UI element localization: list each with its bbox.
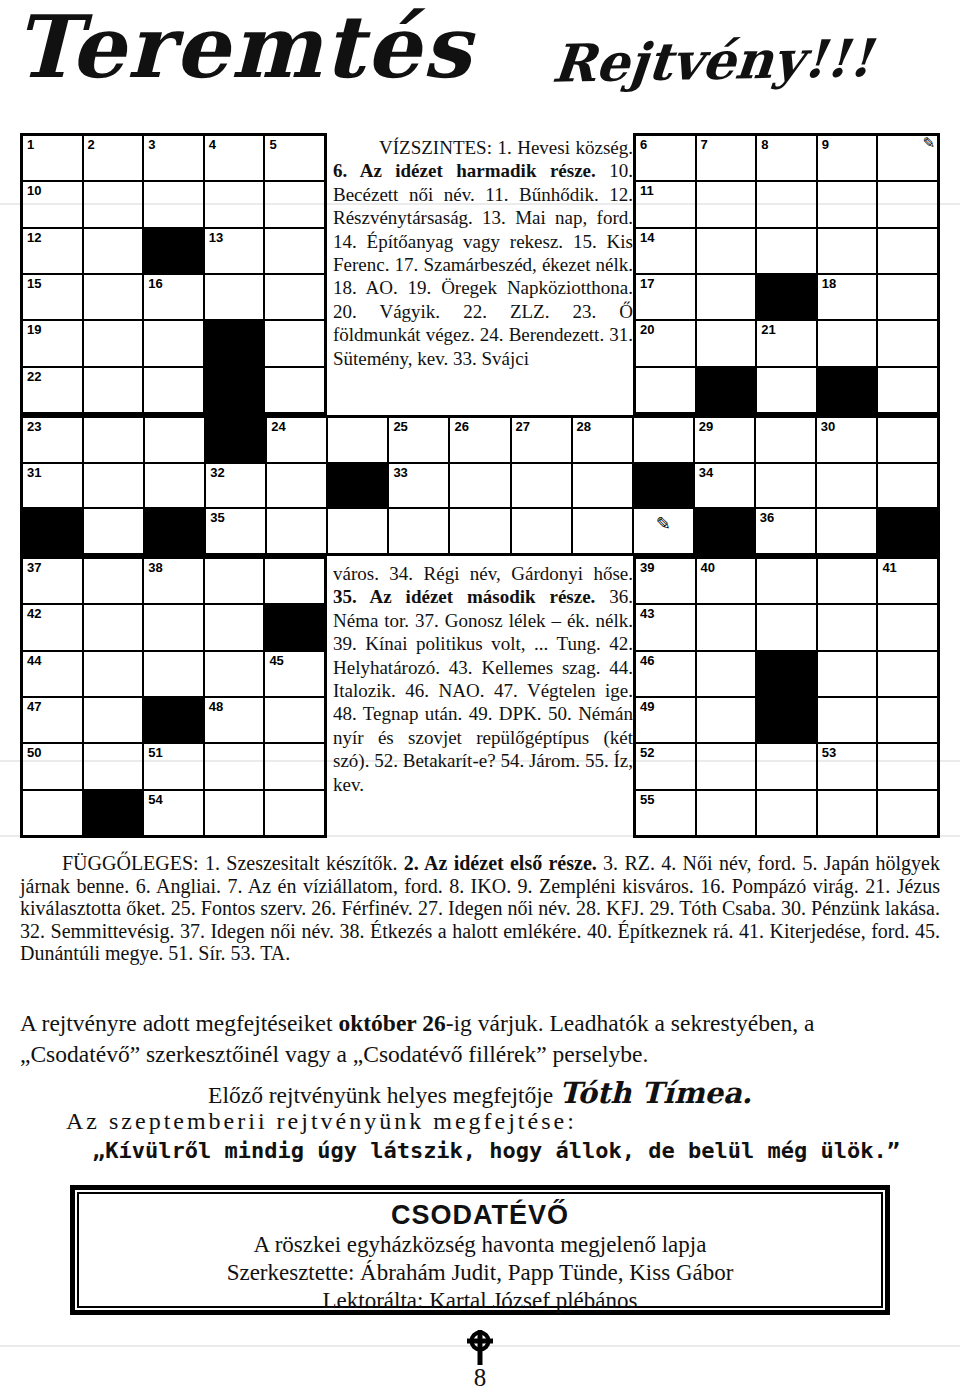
clue-number: 17 — [640, 276, 654, 291]
cell-r1c3[interactable]: 3 — [143, 135, 204, 181]
cell-r7c8[interactable]: 26 — [449, 417, 510, 463]
cell-r10c15[interactable]: 41 — [877, 558, 938, 604]
clue-number: 11 — [640, 183, 654, 198]
cell-r8c9[interactable] — [511, 463, 572, 509]
cell-r15c14[interactable] — [817, 790, 878, 836]
clue-number: 14 — [640, 230, 654, 245]
cell-r2c12[interactable] — [696, 181, 757, 227]
clue-number: 50 — [27, 745, 41, 760]
crossword-section-top-left: 1234510121315161922 — [20, 133, 327, 415]
cell-r4c12[interactable] — [696, 274, 757, 320]
cell-r13c5[interactable] — [264, 697, 325, 743]
clues-vertical: FÜGGŐLEGES: 1. Szeszesitalt készítők. 2.… — [20, 852, 940, 965]
cell-r6c13[interactable] — [756, 367, 817, 413]
cell-r12c15[interactable] — [877, 651, 938, 697]
cell-r3c3 — [143, 228, 204, 274]
cell-r9c7[interactable] — [388, 508, 449, 554]
cell-r3c1[interactable]: 12 — [22, 228, 83, 274]
pen-icon: ✎ — [922, 134, 935, 152]
clue-number: 29 — [699, 419, 713, 434]
previous-winner-line: Előző rejtvényünk helyes megfejtője Tóth… — [0, 1076, 960, 1110]
clue-number: 28 — [577, 419, 591, 434]
cell-r3c2[interactable] — [83, 228, 144, 274]
cell-r3c15[interactable] — [877, 228, 938, 274]
september-solution-quote: „Kívülről mindig úgy látszik, hogy állok… — [92, 1138, 952, 1163]
puzzle-title: Rejtvény!!! — [550, 27, 875, 94]
clues-horizontal-part1-text: VÍZSZINTES: 1. Hevesi község. 6. Az idéz… — [333, 136, 633, 370]
cell-r5c15[interactable] — [877, 320, 938, 366]
submission-note: A rejtvényre adott megfejtéseiket októbe… — [20, 1008, 940, 1070]
cell-r3c14[interactable] — [817, 228, 878, 274]
cell-r6c12 — [696, 367, 757, 413]
cell-r2c5[interactable] — [264, 181, 325, 227]
cell-r12c1[interactable]: 44 — [22, 651, 83, 697]
cell-r8c5[interactable] — [266, 463, 327, 509]
cell-r7c1[interactable]: 23 — [22, 417, 83, 463]
cell-r3c13[interactable] — [756, 228, 817, 274]
cell-r5c13[interactable]: 21 — [756, 320, 817, 366]
clue-number: 48 — [209, 699, 223, 714]
cell-r9c14[interactable] — [816, 508, 877, 554]
cell-r4c13 — [756, 274, 817, 320]
cell-r10c11[interactable]: 39 — [635, 558, 696, 604]
cell-r12c13 — [756, 651, 817, 697]
cell-r11c12[interactable] — [696, 604, 757, 650]
clue-number: 42 — [27, 606, 41, 621]
cell-r2c11[interactable]: 11 — [635, 181, 696, 227]
clue-number: 20 — [640, 322, 654, 337]
cell-r15c15[interactable] — [877, 790, 938, 836]
cell-r14c14[interactable]: 53 — [817, 743, 878, 789]
clue-number: 54 — [148, 792, 162, 807]
cell-r14c15[interactable] — [877, 743, 938, 789]
cell-r4c15[interactable] — [877, 274, 938, 320]
clues-vertical-text: FÜGGŐLEGES: 1. Szeszesitalt készítők. 2.… — [20, 852, 940, 965]
cell-r6c3[interactable] — [143, 367, 204, 413]
cell-r5c4 — [204, 320, 265, 366]
cell-r15c5[interactable] — [264, 790, 325, 836]
cell-r13c13 — [756, 697, 817, 743]
clue-number: 12 — [27, 230, 41, 245]
cell-r9c15 — [877, 508, 938, 554]
cell-r13c3 — [143, 697, 204, 743]
cell-r11c11[interactable]: 43 — [635, 604, 696, 650]
cell-r7c2[interactable] — [83, 417, 144, 463]
cell-r9c13[interactable]: 36 — [755, 508, 816, 554]
cell-r12c11[interactable]: 46 — [635, 651, 696, 697]
cell-r2c2[interactable] — [83, 181, 144, 227]
cell-r10c14[interactable] — [817, 558, 878, 604]
cell-r12c5[interactable]: 45 — [264, 651, 325, 697]
cell-r10c13[interactable] — [756, 558, 817, 604]
clue-number: 2 — [88, 137, 95, 152]
cell-r10c12[interactable]: 40 — [696, 558, 757, 604]
cell-r7c3[interactable] — [144, 417, 205, 463]
cell-r9c11[interactable]: ✎ — [633, 508, 694, 554]
cell-r11c4[interactable] — [204, 604, 265, 650]
clue-number: 15 — [27, 276, 41, 291]
clue-number: 10 — [27, 183, 41, 198]
cell-r9c1 — [22, 508, 83, 554]
cell-r13c1[interactable]: 47 — [22, 697, 83, 743]
clue-number: 37 — [27, 560, 41, 575]
clue-number: 55 — [640, 792, 654, 807]
cell-r12c14[interactable] — [817, 651, 878, 697]
cell-r5c12[interactable] — [696, 320, 757, 366]
cell-r14c12[interactable] — [696, 743, 757, 789]
cell-r7c14[interactable]: 30 — [816, 417, 877, 463]
page-number: 8 — [0, 1364, 960, 1392]
cell-r1c11[interactable]: 6 — [635, 135, 696, 181]
cell-r7c10[interactable]: 28 — [572, 417, 633, 463]
cell-r7c11[interactable] — [633, 417, 694, 463]
imprint-line-3: Lektorálta: Kartal József plébános — [79, 1287, 881, 1315]
cell-r11c5 — [264, 604, 325, 650]
clue-number: 19 — [27, 322, 41, 337]
imprint-line-1: A röszkei egyházközség havonta megjelenő… — [79, 1231, 881, 1259]
cell-r14c3[interactable]: 51 — [143, 743, 204, 789]
cell-r2c3[interactable] — [143, 181, 204, 227]
previous-winner-name: Tóth Tímea. — [559, 1076, 752, 1110]
cell-r8c10[interactable] — [572, 463, 633, 509]
cell-r7c15[interactable] — [877, 417, 938, 463]
cell-r1c5[interactable]: 5 — [264, 135, 325, 181]
cell-r12c3[interactable] — [143, 651, 204, 697]
cell-r7c9[interactable]: 27 — [511, 417, 572, 463]
cell-r8c15[interactable] — [877, 463, 938, 509]
clue-number: 51 — [148, 745, 162, 760]
cell-r7c7[interactable]: 25 — [388, 417, 449, 463]
clues-horizontal-part2-text: város. 34. Régi név, Gárdonyi hőse. 35. … — [333, 562, 633, 796]
clue-number: 44 — [27, 653, 41, 668]
cell-r3c4[interactable]: 13 — [204, 228, 265, 274]
cell-r14c13[interactable] — [756, 743, 817, 789]
cell-r5c11[interactable]: 20 — [635, 320, 696, 366]
cell-r1c13[interactable]: 8 — [756, 135, 817, 181]
cell-r11c14[interactable] — [817, 604, 878, 650]
cell-r14c2[interactable] — [83, 743, 144, 789]
cell-r13c12[interactable] — [696, 697, 757, 743]
cell-r6c5[interactable] — [264, 367, 325, 413]
crossword-section-middle-band: 23242526272829303132333435✎36 — [20, 415, 940, 556]
clue-number: 53 — [822, 745, 836, 760]
imprint-box-inner: CSODATÉVŐ A röszkei egyházközség havonta… — [77, 1192, 883, 1308]
cell-r4c11[interactable]: 17 — [635, 274, 696, 320]
clue-number: 16 — [148, 276, 162, 291]
cell-r10c2[interactable] — [83, 558, 144, 604]
cell-r11c15[interactable] — [877, 604, 938, 650]
cell-r15c3[interactable]: 54 — [143, 790, 204, 836]
clue-number: 38 — [148, 560, 162, 575]
clue-number: 43 — [640, 606, 654, 621]
cell-r4c5[interactable] — [264, 274, 325, 320]
cell-r9c4[interactable]: 35 — [205, 508, 266, 554]
cell-r9c12 — [694, 508, 755, 554]
cell-r3c12[interactable] — [696, 228, 757, 274]
cell-r3c11[interactable]: 14 — [635, 228, 696, 274]
clue-number: 32 — [210, 465, 224, 480]
cell-r2c1[interactable]: 10 — [22, 181, 83, 227]
cell-r14c4[interactable] — [204, 743, 265, 789]
cell-r14c5[interactable] — [264, 743, 325, 789]
imprint-line-2: Szerkesztette: Ábrahám Judit, Papp Tünde… — [79, 1259, 881, 1287]
cell-r14c1[interactable]: 50 — [22, 743, 83, 789]
clue-number: 24 — [271, 419, 285, 434]
cell-r15c11[interactable]: 55 — [635, 790, 696, 836]
cell-r8c8[interactable] — [449, 463, 510, 509]
clue-number: 13 — [209, 230, 223, 245]
cell-r15c13[interactable] — [756, 790, 817, 836]
cell-r12c4[interactable] — [204, 651, 265, 697]
cell-r4c2[interactable] — [83, 274, 144, 320]
clue-number: 18 — [822, 276, 836, 291]
clue-number: 52 — [640, 745, 654, 760]
cell-r2c4[interactable] — [204, 181, 265, 227]
clue-number: 30 — [821, 419, 835, 434]
cell-r11c2[interactable] — [83, 604, 144, 650]
previous-winner-prefix: Előző rejtvényünk helyes megfejtője — [208, 1082, 559, 1108]
cell-r8c7[interactable]: 33 — [388, 463, 449, 509]
cell-r15c2 — [83, 790, 144, 836]
cell-r7c12[interactable]: 29 — [694, 417, 755, 463]
cell-r11c1[interactable]: 42 — [22, 604, 83, 650]
clue-number: 46 — [640, 653, 654, 668]
clue-number: 25 — [393, 419, 407, 434]
cell-r5c5[interactable] — [264, 320, 325, 366]
september-solution-label: Az szeptemberii rejtvényünk megfejtése: — [66, 1108, 577, 1135]
clue-number: 1 — [27, 137, 34, 152]
cell-r13c11[interactable]: 49 — [635, 697, 696, 743]
clue-number: 40 — [701, 560, 715, 575]
clue-number: 31 — [27, 465, 41, 480]
clue-number: 23 — [27, 419, 41, 434]
cell-r7c6[interactable] — [327, 417, 388, 463]
cell-r5c2[interactable] — [83, 320, 144, 366]
clue-number: 22 — [27, 369, 41, 384]
cell-r2c13[interactable] — [756, 181, 817, 227]
imprint-box: CSODATÉVŐ A röszkei egyházközség havonta… — [70, 1185, 890, 1315]
cell-r13c2[interactable] — [83, 697, 144, 743]
cell-r6c1[interactable]: 22 — [22, 367, 83, 413]
cell-r5c14[interactable] — [817, 320, 878, 366]
pen-icon: ✎ — [656, 513, 671, 535]
clue-number: 39 — [640, 560, 654, 575]
cell-r14c11[interactable]: 52 — [635, 743, 696, 789]
cell-r12c12[interactable] — [696, 651, 757, 697]
clue-number: 26 — [454, 419, 468, 434]
cell-r6c4 — [204, 367, 265, 413]
imprint-title: CSODATÉVŐ — [79, 1200, 881, 1231]
cell-r7c4 — [205, 417, 266, 463]
cell-r15c1[interactable] — [22, 790, 83, 836]
cell-r11c13[interactable] — [756, 604, 817, 650]
cell-r4c1[interactable]: 15 — [22, 274, 83, 320]
clue-number: 33 — [393, 465, 407, 480]
clue-number: 35 — [210, 510, 224, 525]
cell-r9c10[interactable] — [572, 508, 633, 554]
clues-horizontal-part1: VÍZSZINTES: 1. Hevesi község. 6. Az idéz… — [333, 136, 633, 416]
cell-r8c14[interactable] — [816, 463, 877, 509]
cell-r6c2[interactable] — [83, 367, 144, 413]
cell-r4c3[interactable]: 16 — [143, 274, 204, 320]
cell-r8c6 — [327, 463, 388, 509]
cell-r13c15[interactable] — [877, 697, 938, 743]
clue-number: 6 — [640, 137, 647, 152]
cell-r7c13[interactable] — [755, 417, 816, 463]
cell-r5c1[interactable]: 19 — [22, 320, 83, 366]
clue-number: 5 — [269, 137, 276, 152]
cell-r4c4[interactable] — [204, 274, 265, 320]
cell-r6c15[interactable] — [877, 367, 938, 413]
cell-r2c14[interactable] — [817, 181, 878, 227]
clue-number: 34 — [699, 465, 713, 480]
cell-r10c4[interactable] — [204, 558, 265, 604]
cell-r1c1[interactable]: 1 — [22, 135, 83, 181]
clue-number: 47 — [27, 699, 41, 714]
cell-r13c4[interactable]: 48 — [204, 697, 265, 743]
cell-r15c4[interactable] — [204, 790, 265, 836]
clue-number: 27 — [516, 419, 530, 434]
newsletter-title: Teremtés — [14, 0, 473, 97]
cell-r1c15[interactable]: ✎ — [877, 135, 938, 181]
clue-number: 8 — [761, 137, 768, 152]
cell-r8c4[interactable]: 32 — [205, 463, 266, 509]
cell-r15c12[interactable] — [696, 790, 757, 836]
cell-r6c11[interactable] — [635, 367, 696, 413]
crossword-section-bottom-left: 37384244454748505154 — [20, 556, 327, 838]
clue-number: 49 — [640, 699, 654, 714]
clue-number: 21 — [761, 322, 775, 337]
cell-r1c4[interactable]: 4 — [204, 135, 265, 181]
cell-r2c15[interactable] — [877, 181, 938, 227]
clue-number: 41 — [882, 560, 896, 575]
cell-r9c9[interactable] — [511, 508, 572, 554]
clue-number: 45 — [269, 653, 283, 668]
cell-r8c1[interactable]: 31 — [22, 463, 83, 509]
cell-r1c2[interactable]: 2 — [83, 135, 144, 181]
cell-r1c14[interactable]: 9 — [817, 135, 878, 181]
cell-r12c2[interactable] — [83, 651, 144, 697]
clue-number: 3 — [148, 137, 155, 152]
crossword-section-top-right: 6789✎111417182021 — [633, 133, 940, 415]
cell-r8c2[interactable] — [83, 463, 144, 509]
clues-horizontal-part2: város. 34. Régi név, Gárdonyi hőse. 35. … — [333, 562, 633, 842]
crossword-section-bottom-right: 394041434649525355 — [633, 556, 940, 838]
cell-r4c14[interactable]: 18 — [817, 274, 878, 320]
cell-r8c12[interactable]: 34 — [694, 463, 755, 509]
cell-r9c3 — [144, 508, 205, 554]
cell-r9c6[interactable] — [327, 508, 388, 554]
clue-number: 9 — [822, 137, 829, 152]
cell-r8c3[interactable] — [144, 463, 205, 509]
cell-r8c11 — [633, 463, 694, 509]
cell-r10c1[interactable]: 37 — [22, 558, 83, 604]
cell-r13c14[interactable] — [817, 697, 878, 743]
cell-r9c2[interactable] — [83, 508, 144, 554]
cell-r9c5[interactable] — [266, 508, 327, 554]
cell-r6c14 — [817, 367, 878, 413]
cell-r10c3[interactable]: 38 — [143, 558, 204, 604]
clue-number: 4 — [209, 137, 216, 152]
cell-r11c3[interactable] — [143, 604, 204, 650]
cell-r10c5[interactable] — [264, 558, 325, 604]
cell-r8c13[interactable] — [755, 463, 816, 509]
cell-r7c5[interactable]: 24 — [266, 417, 327, 463]
cell-r5c3[interactable] — [143, 320, 204, 366]
cell-r3c5[interactable] — [264, 228, 325, 274]
cell-r9c8[interactable] — [449, 508, 510, 554]
cell-r1c12[interactable]: 7 — [696, 135, 757, 181]
clue-number: 7 — [701, 137, 708, 152]
clue-number: 36 — [760, 510, 774, 525]
